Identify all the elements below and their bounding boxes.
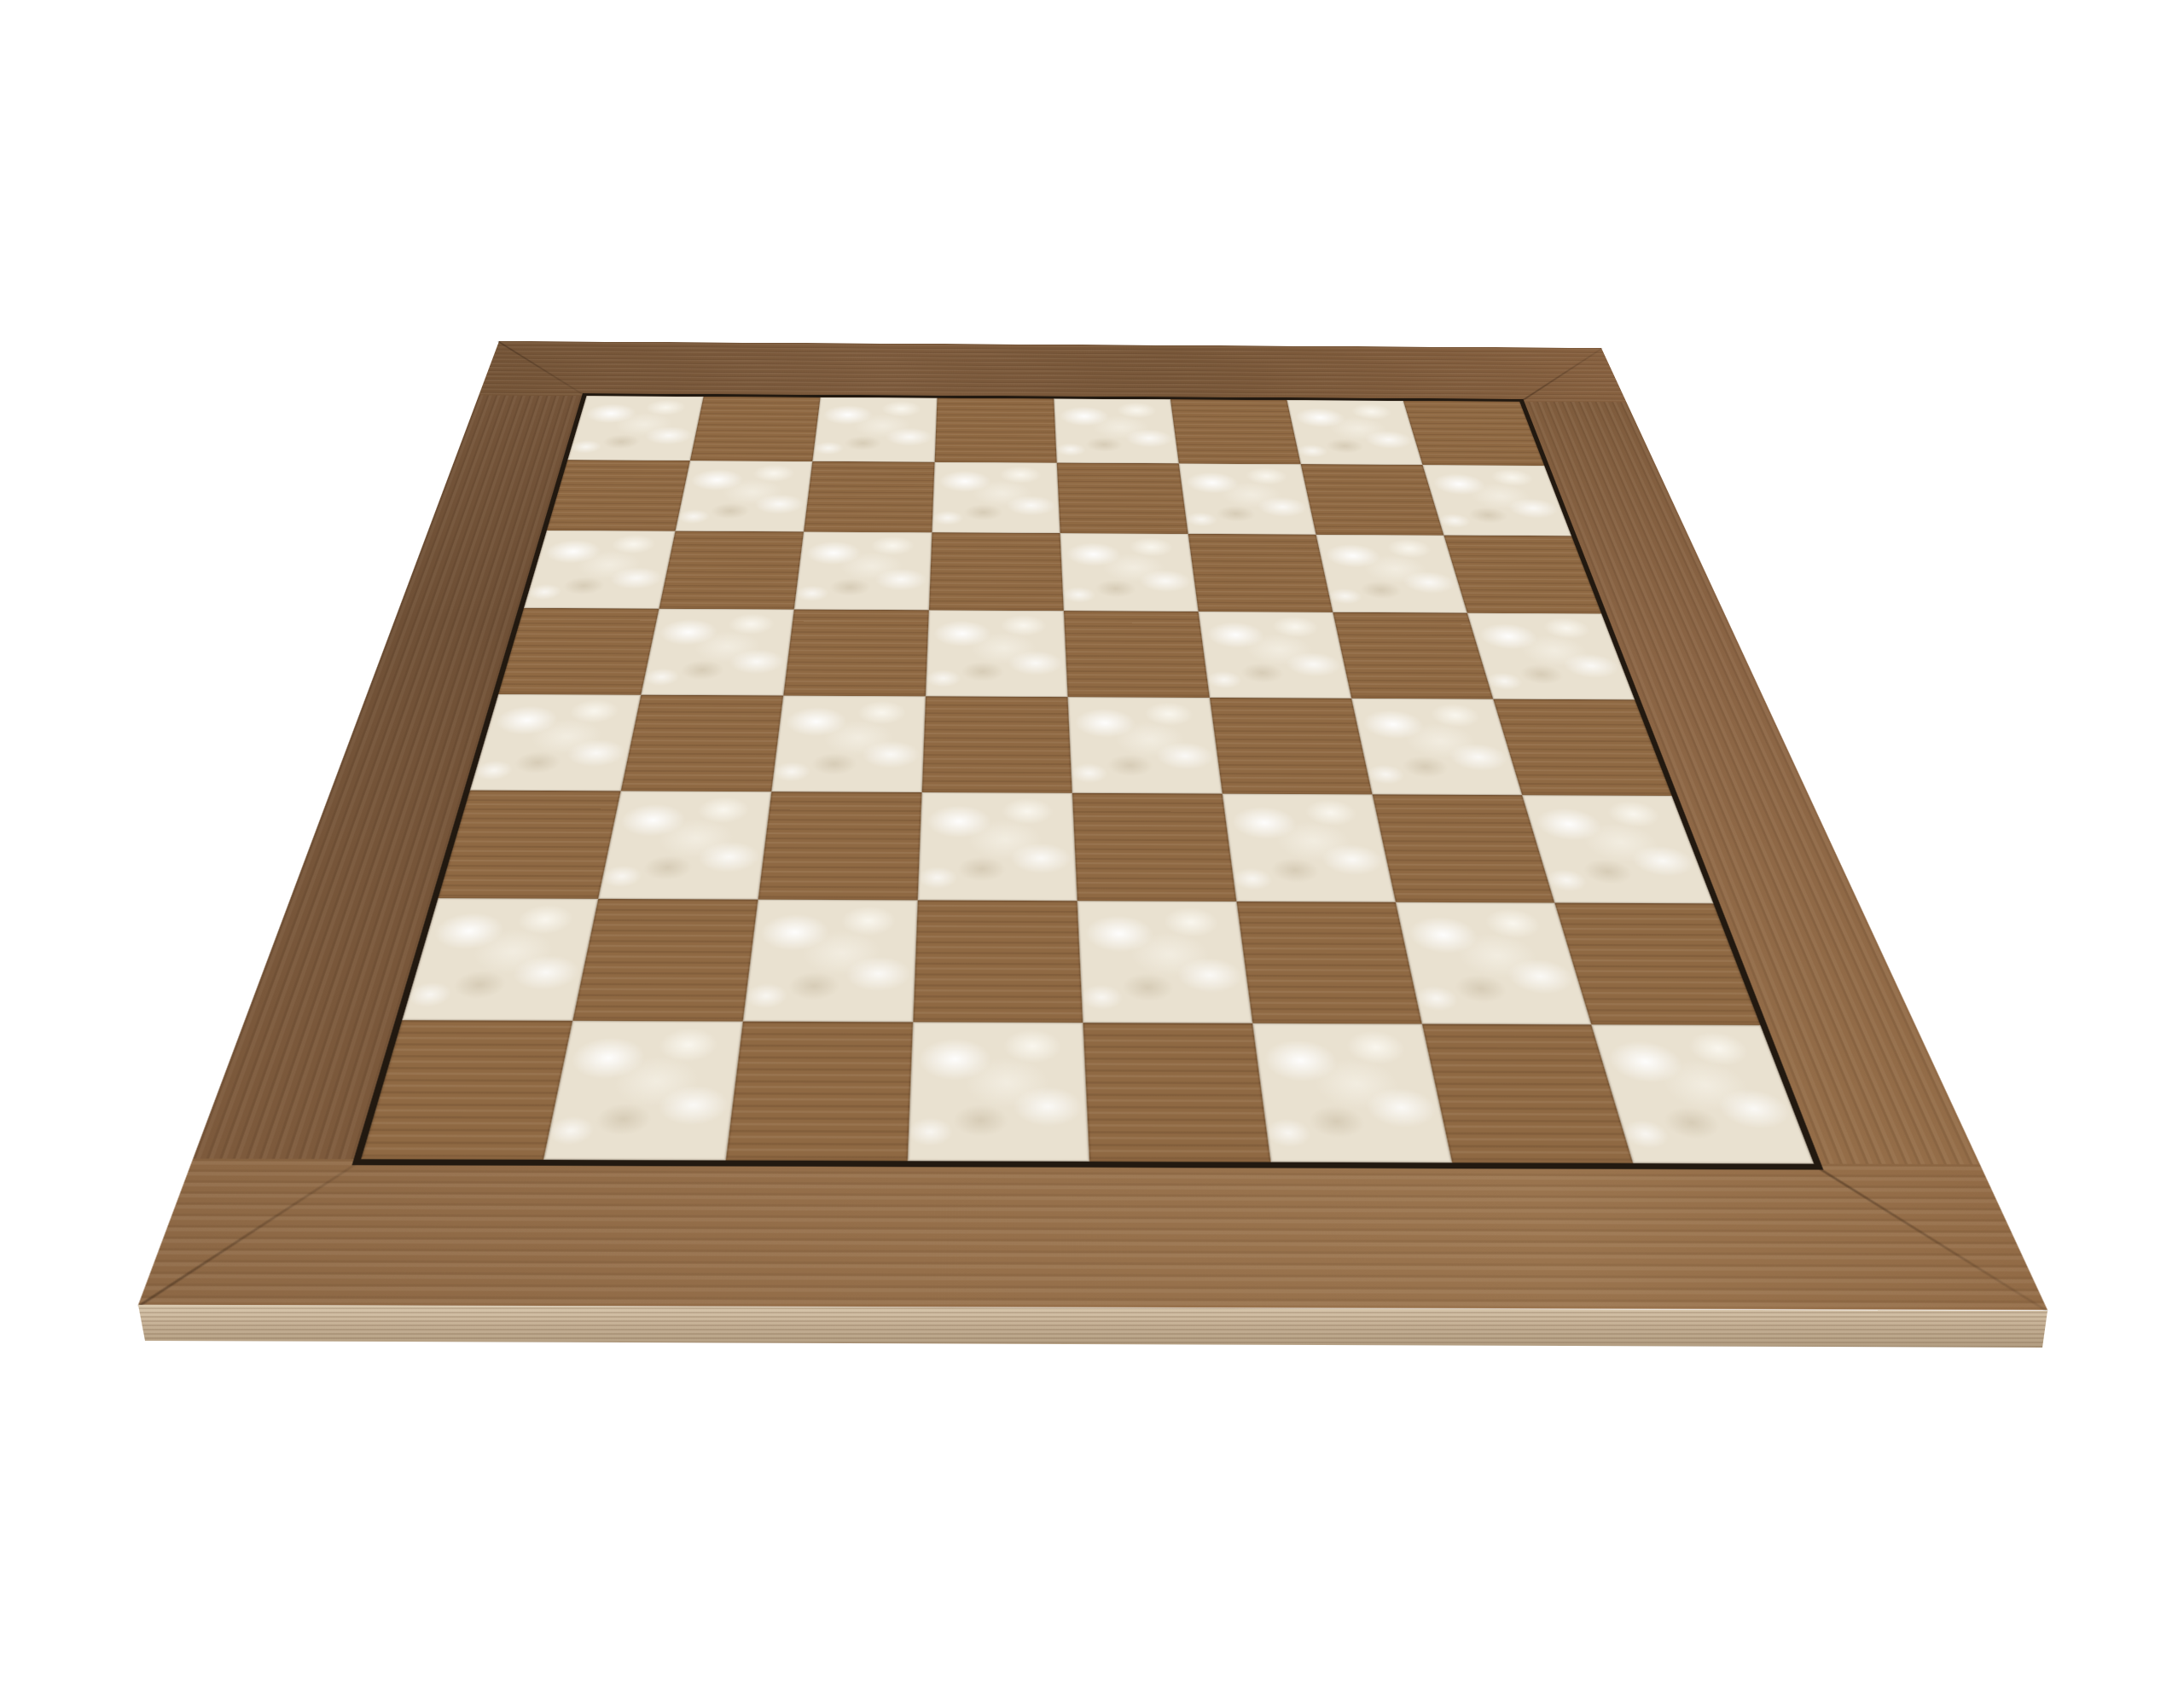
- square-h8: [1403, 401, 1544, 466]
- square-a5: [498, 608, 659, 695]
- square-c8: [812, 397, 937, 462]
- square-e6: [1060, 533, 1199, 612]
- square-b7: [676, 461, 813, 531]
- square-f2: [1236, 901, 1421, 1024]
- square-d2: [913, 900, 1083, 1023]
- square-b5: [641, 609, 793, 696]
- square-e3: [1072, 793, 1237, 901]
- square-f3: [1223, 794, 1396, 902]
- square-d1: [908, 1022, 1089, 1162]
- square-b3: [598, 791, 771, 899]
- square-b4: [621, 695, 784, 791]
- square-e1: [1083, 1023, 1270, 1162]
- square-c7: [804, 461, 935, 532]
- product-photo-canvas: [0, 0, 2184, 1687]
- square-d6: [929, 532, 1064, 611]
- square-c3: [758, 791, 922, 900]
- square-c6: [794, 531, 932, 610]
- square-g6: [1316, 535, 1467, 613]
- square-e7: [1057, 463, 1188, 534]
- square-g5: [1333, 612, 1493, 699]
- square-f5: [1199, 612, 1352, 699]
- square-b8: [690, 397, 821, 461]
- square-b1: [543, 1021, 743, 1161]
- square-a6: [524, 530, 676, 609]
- square-c1: [726, 1022, 914, 1162]
- board-frame-top-rail: [479, 341, 1626, 402]
- square-f4: [1210, 698, 1373, 794]
- square-e2: [1077, 901, 1253, 1023]
- square-a7: [547, 460, 690, 530]
- square-d5: [926, 610, 1068, 697]
- square-d7: [932, 462, 1060, 533]
- square-e5: [1064, 611, 1210, 698]
- square-g8: [1287, 400, 1422, 465]
- square-e4: [1068, 697, 1223, 793]
- board-side-edge: [138, 1303, 2049, 1349]
- square-d3: [918, 792, 1077, 901]
- square-f7: [1179, 463, 1316, 534]
- chessboard: [138, 341, 2047, 1310]
- square-b2: [572, 899, 758, 1022]
- square-f1: [1252, 1023, 1452, 1162]
- square-b6: [659, 531, 804, 610]
- square-c4: [771, 696, 926, 792]
- square-e8: [1054, 398, 1179, 463]
- square-d8: [935, 398, 1057, 463]
- square-f8: [1170, 399, 1301, 464]
- square-c2: [743, 900, 918, 1023]
- board-frame-bottom-rail: [138, 1158, 2047, 1310]
- square-a8: [567, 396, 703, 461]
- square-c5: [783, 610, 929, 697]
- square-a4: [470, 694, 641, 791]
- square-g7: [1301, 464, 1444, 535]
- square-d4: [922, 696, 1072, 792]
- square-f6: [1188, 534, 1333, 612]
- square-a3: [439, 791, 621, 899]
